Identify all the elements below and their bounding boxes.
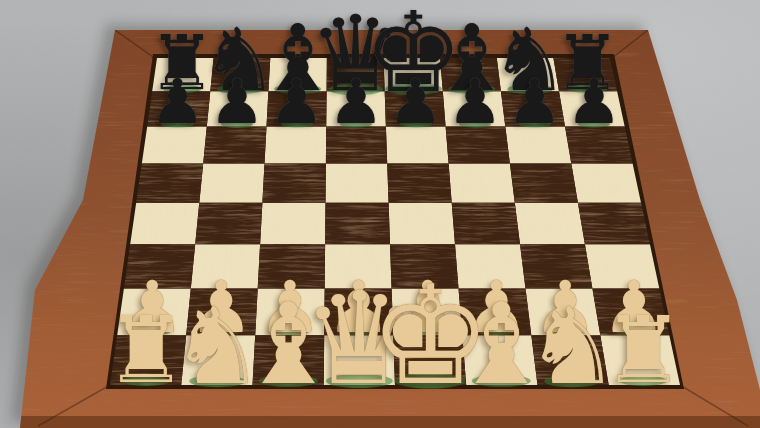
piece-black-pawn-g7[interactable]: ♟	[507, 72, 562, 134]
square-c5[interactable]	[262, 164, 326, 203]
piece-black-pawn-f7[interactable]: ♟	[447, 72, 502, 134]
square-d5[interactable]	[326, 164, 389, 203]
square-f4[interactable]	[452, 203, 520, 245]
square-b5[interactable]	[199, 164, 264, 203]
piece-black-pawn-e7[interactable]: ♟	[388, 72, 443, 134]
square-f5[interactable]	[449, 164, 515, 203]
square-b4[interactable]	[195, 203, 262, 245]
chess-photo-scene: ♜♞♝♛♚♝♞♜♟♟♟♟♟♟♟♟♟♟♟♟♟♟♟♟♜♞♝♛♚♝♞♜	[0, 0, 760, 428]
piece-white-rook-h1[interactable]: ♜	[602, 304, 685, 396]
square-a5[interactable]	[136, 164, 203, 203]
square-h4[interactable]	[578, 203, 650, 245]
square-e4[interactable]	[389, 203, 455, 245]
square-d4[interactable]	[325, 203, 390, 245]
square-e5[interactable]	[387, 164, 452, 203]
piece-black-pawn-a7[interactable]: ♟	[150, 72, 205, 134]
piece-black-pawn-h7[interactable]: ♟	[566, 72, 621, 134]
square-c4[interactable]	[260, 203, 325, 245]
square-h5[interactable]	[571, 164, 641, 203]
piece-black-pawn-c7[interactable]: ♟	[269, 72, 324, 134]
piece-black-pawn-b7[interactable]: ♟	[209, 72, 264, 134]
square-g5[interactable]	[510, 164, 578, 203]
piece-black-pawn-d7[interactable]: ♟	[328, 72, 383, 134]
frame-front-edge	[20, 416, 760, 428]
square-g4[interactable]	[515, 203, 585, 245]
square-a4[interactable]	[130, 203, 199, 245]
